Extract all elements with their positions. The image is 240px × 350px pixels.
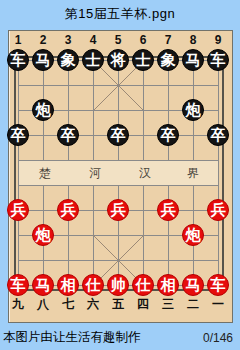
- intersection: [31, 248, 56, 273]
- file-number-bottom-9: 一: [206, 297, 230, 312]
- intersection: [131, 198, 156, 223]
- intersection: [31, 148, 56, 173]
- intersection: [156, 223, 181, 248]
- piece-red-elephant[interactable]: 相: [57, 274, 79, 296]
- intersection: [106, 223, 131, 248]
- piece-red-cannon[interactable]: 炮: [182, 224, 204, 246]
- intersection: [81, 98, 106, 123]
- file-number-top-5: 5: [106, 33, 130, 48]
- intersection: [181, 123, 206, 148]
- intersection: 马: [31, 48, 56, 73]
- piece-black-cannon[interactable]: 炮: [182, 99, 204, 121]
- intersection: [31, 198, 56, 223]
- intersection: 马: [181, 273, 206, 298]
- piece-black-chariot[interactable]: 车: [7, 49, 29, 71]
- piece-red-elephant[interactable]: 相: [157, 274, 179, 296]
- intersection: 仕: [131, 273, 156, 298]
- piece-red-horse[interactable]: 马: [182, 274, 204, 296]
- intersection: 炮: [181, 98, 206, 123]
- intersection: [6, 173, 31, 198]
- piece-black-soldier[interactable]: 卒: [7, 124, 29, 146]
- intersection: [81, 223, 106, 248]
- file-number-bottom-3: 七: [56, 297, 80, 312]
- piece-red-soldier[interactable]: 兵: [57, 199, 79, 221]
- intersection: [131, 248, 156, 273]
- intersection: [181, 198, 206, 223]
- intersection: 车: [6, 48, 31, 73]
- piece-black-soldier[interactable]: 卒: [157, 124, 179, 146]
- intersection: [106, 248, 131, 273]
- intersection: [206, 73, 231, 98]
- intersection: 象: [156, 48, 181, 73]
- intersection: 相: [156, 273, 181, 298]
- intersection: [56, 148, 81, 173]
- piece-red-soldier[interactable]: 兵: [157, 199, 179, 221]
- file-number-bottom-5: 五: [106, 297, 130, 312]
- piece-black-cannon[interactable]: 炮: [32, 99, 54, 121]
- intersection: [131, 148, 156, 173]
- intersection: 车: [206, 48, 231, 73]
- file-number-bottom-8: 二: [181, 297, 205, 312]
- file-number-top-6: 6: [131, 33, 155, 48]
- intersection: [156, 173, 181, 198]
- piece-red-chariot[interactable]: 车: [207, 274, 229, 296]
- intersection: 兵: [206, 198, 231, 223]
- intersection: [56, 73, 81, 98]
- intersection: 车: [206, 273, 231, 298]
- piece-red-soldier[interactable]: 兵: [7, 199, 29, 221]
- piece-black-advisor[interactable]: 士: [82, 49, 104, 71]
- intersection: [81, 248, 106, 273]
- intersection: [156, 73, 181, 98]
- file-number-top-9: 9: [206, 33, 230, 48]
- intersection: [6, 73, 31, 98]
- intersection: [6, 98, 31, 123]
- intersection: [106, 173, 131, 198]
- intersection: [56, 248, 81, 273]
- piece-black-horse[interactable]: 马: [182, 49, 204, 71]
- file-number-top-2: 2: [31, 33, 55, 48]
- intersection: 卒: [56, 123, 81, 148]
- intersection: 卒: [106, 123, 131, 148]
- file-number-bottom-1: 九: [6, 297, 30, 312]
- intersection: [81, 173, 106, 198]
- piece-black-elephant[interactable]: 象: [57, 49, 79, 71]
- file-number-bottom-4: 六: [81, 297, 105, 312]
- piece-red-advisor[interactable]: 仕: [82, 274, 104, 296]
- intersection: [31, 123, 56, 148]
- intersection: [31, 73, 56, 98]
- intersection: [156, 98, 181, 123]
- intersection: 车: [6, 273, 31, 298]
- file-number-top-3: 3: [56, 33, 80, 48]
- intersection: [181, 248, 206, 273]
- intersection: [181, 73, 206, 98]
- intersection: 帅: [106, 273, 131, 298]
- intersection: 士: [81, 48, 106, 73]
- xiangqi-board: 123456789 楚河汉界 车马象士将士象马车炮炮卒卒卒卒卒兵兵兵兵兵炮炮车马…: [8, 30, 233, 323]
- intersection: [181, 148, 206, 173]
- intersection: [131, 98, 156, 123]
- intersection: [56, 98, 81, 123]
- intersection: 将: [106, 48, 131, 73]
- intersection: [206, 223, 231, 248]
- piece-red-general[interactable]: 帅: [107, 274, 129, 296]
- intersection: 象: [56, 48, 81, 73]
- intersection: [206, 148, 231, 173]
- intersection: [206, 248, 231, 273]
- file-number-bottom-2: 八: [31, 297, 55, 312]
- page-title: 第15届五羊杯.pgn: [0, 5, 240, 23]
- piece-red-soldier[interactable]: 兵: [107, 199, 129, 221]
- intersection: [106, 148, 131, 173]
- file-number-top-7: 7: [156, 33, 180, 48]
- intersection: [6, 248, 31, 273]
- file-number-top-1: 1: [6, 33, 30, 48]
- intersection: [156, 148, 181, 173]
- intersection: [156, 248, 181, 273]
- piece-black-advisor[interactable]: 士: [132, 49, 154, 71]
- intersection: 卒: [6, 123, 31, 148]
- intersection: [206, 173, 231, 198]
- intersection: [81, 148, 106, 173]
- piece-grid: 车马象士将士象马车炮炮卒卒卒卒卒兵兵兵兵兵炮炮车马相仕帅仕相马车: [6, 48, 231, 298]
- intersection: [131, 173, 156, 198]
- intersection: [131, 123, 156, 148]
- intersection: [81, 73, 106, 98]
- intersection: [81, 123, 106, 148]
- piece-black-soldier[interactable]: 卒: [107, 124, 129, 146]
- intersection: [31, 173, 56, 198]
- intersection: 兵: [6, 198, 31, 223]
- piece-black-general[interactable]: 将: [107, 49, 129, 71]
- piece-red-advisor[interactable]: 仕: [132, 274, 154, 296]
- intersection: 兵: [56, 198, 81, 223]
- file-number-top-8: 8: [181, 33, 205, 48]
- piece-red-cannon[interactable]: 炮: [32, 224, 54, 246]
- intersection: [131, 223, 156, 248]
- piece-black-soldier[interactable]: 卒: [57, 124, 79, 146]
- intersection: 卒: [206, 123, 231, 148]
- piece-black-chariot[interactable]: 车: [207, 49, 229, 71]
- intersection: [56, 173, 81, 198]
- intersection: 士: [131, 48, 156, 73]
- piece-black-horse[interactable]: 马: [32, 49, 54, 71]
- file-number-top-4: 4: [81, 33, 105, 48]
- intersection: 仕: [81, 273, 106, 298]
- intersection: 炮: [181, 223, 206, 248]
- piece-red-soldier[interactable]: 兵: [207, 199, 229, 221]
- intersection: [56, 223, 81, 248]
- intersection: 卒: [156, 123, 181, 148]
- move-counter: 0/146: [203, 331, 233, 345]
- intersection: [106, 73, 131, 98]
- piece-black-elephant[interactable]: 象: [157, 49, 179, 71]
- intersection: 相: [56, 273, 81, 298]
- intersection: 马: [181, 48, 206, 73]
- file-number-bottom-6: 四: [131, 297, 155, 312]
- status-caption: 本图片由让生活有趣制作: [3, 329, 141, 346]
- piece-black-soldier[interactable]: 卒: [207, 124, 229, 146]
- intersection: [131, 73, 156, 98]
- intersection: 兵: [156, 198, 181, 223]
- intersection: [6, 223, 31, 248]
- status-bar: 本图片由让生活有趣制作 0/146: [0, 325, 240, 350]
- file-number-bottom-7: 三: [156, 297, 180, 312]
- piece-red-horse[interactable]: 马: [32, 274, 54, 296]
- intersection: [181, 173, 206, 198]
- intersection: [81, 198, 106, 223]
- intersection: [106, 98, 131, 123]
- intersection: [206, 98, 231, 123]
- intersection: 炮: [31, 98, 56, 123]
- intersection: 兵: [106, 198, 131, 223]
- piece-red-chariot[interactable]: 车: [7, 274, 29, 296]
- intersection: 马: [31, 273, 56, 298]
- intersection: 炮: [31, 223, 56, 248]
- intersection: [6, 148, 31, 173]
